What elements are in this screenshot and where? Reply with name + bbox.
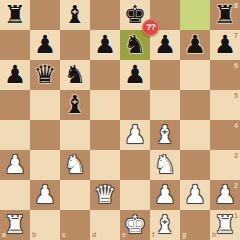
square-a3[interactable]: ♟ (0, 150, 30, 180)
square-e3[interactable] (120, 150, 150, 180)
square-h1[interactable]: 1h♜ (210, 210, 240, 240)
square-f3[interactable]: ♞ (150, 150, 180, 180)
square-f1[interactable]: f♝ (150, 210, 180, 240)
square-d6[interactable] (90, 60, 120, 90)
square-b6[interactable]: ♛ (30, 60, 60, 90)
square-d1[interactable]: d (90, 210, 120, 240)
square-b4[interactable] (30, 120, 60, 150)
square-b3[interactable] (30, 150, 60, 180)
square-a5[interactable] (0, 90, 30, 120)
square-c1[interactable]: c (60, 210, 90, 240)
square-h3[interactable]: 3 (210, 150, 240, 180)
file-label-b: b (32, 231, 36, 238)
square-g1[interactable]: g (180, 210, 210, 240)
black-pawn[interactable]: ♟ (210, 30, 240, 60)
square-b1[interactable]: b (30, 210, 60, 240)
white-pawn[interactable]: ♟ (150, 180, 180, 210)
square-e6[interactable]: ♟ (120, 60, 150, 90)
chess-board: ♜♝♚8♜♟♟♞♟♟7♟♟♛♞♟6♝5♟♝4♟♞♞3♟♛♟♟2♟a♜bcde♚f… (0, 0, 240, 240)
white-pawn[interactable]: ♟ (210, 180, 240, 210)
square-c7[interactable] (60, 30, 90, 60)
square-e4[interactable]: ♟ (120, 120, 150, 150)
white-queen[interactable]: ♛ (90, 180, 120, 210)
square-h5[interactable]: 5 (210, 90, 240, 120)
square-g8[interactable] (180, 0, 210, 30)
square-e2[interactable] (120, 180, 150, 210)
rank-label-3: 3 (234, 152, 238, 159)
square-a6[interactable]: ♟ (0, 60, 30, 90)
square-a1[interactable]: a♜ (0, 210, 30, 240)
square-f2[interactable]: ♟ (150, 180, 180, 210)
rank-label-4: 4 (234, 122, 238, 129)
square-c3[interactable]: ♞ (60, 150, 90, 180)
black-pawn[interactable]: ♟ (180, 30, 210, 60)
square-h8[interactable]: 8♜ (210, 0, 240, 30)
square-b5[interactable] (30, 90, 60, 120)
square-d5[interactable] (90, 90, 120, 120)
square-g5[interactable] (180, 90, 210, 120)
white-bishop[interactable]: ♝ (150, 120, 180, 150)
white-knight[interactable]: ♞ (60, 150, 90, 180)
square-a7[interactable] (0, 30, 30, 60)
square-h2[interactable]: 2♟ (210, 180, 240, 210)
square-d2[interactable]: ♛ (90, 180, 120, 210)
black-pawn[interactable]: ♟ (0, 60, 30, 90)
square-c8[interactable]: ♝ (60, 0, 90, 30)
square-e1[interactable]: e♚ (120, 210, 150, 240)
square-h7[interactable]: 7♟ (210, 30, 240, 60)
square-b2[interactable]: ♟ (30, 180, 60, 210)
white-king[interactable]: ♚ (120, 210, 150, 240)
square-b7[interactable]: ♟ (30, 30, 60, 60)
white-pawn[interactable]: ♟ (30, 180, 60, 210)
square-d3[interactable] (90, 150, 120, 180)
black-rook[interactable]: ♜ (210, 0, 240, 30)
white-bishop[interactable]: ♝ (150, 210, 180, 240)
file-label-g: g (182, 231, 186, 238)
square-d8[interactable] (90, 0, 120, 30)
square-c5[interactable]: ♝ (60, 90, 90, 120)
black-pawn[interactable]: ♟ (120, 60, 150, 90)
white-pawn[interactable]: ♟ (0, 150, 30, 180)
square-f4[interactable]: ♝ (150, 120, 180, 150)
rank-label-5: 5 (234, 92, 238, 99)
square-a4[interactable] (0, 120, 30, 150)
white-rook[interactable]: ♜ (210, 210, 240, 240)
board-grid: ♜♝♚8♜♟♟♞♟♟7♟♟♛♞♟6♝5♟♝4♟♞♞3♟♛♟♟2♟a♜bcde♚f… (0, 0, 240, 240)
square-a8[interactable]: ♜ (0, 0, 30, 30)
square-f5[interactable] (150, 90, 180, 120)
square-c6[interactable]: ♞ (60, 60, 90, 90)
square-g2[interactable]: ♟ (180, 180, 210, 210)
square-h6[interactable]: 6 (210, 60, 240, 90)
square-g4[interactable] (180, 120, 210, 150)
square-d4[interactable] (90, 120, 120, 150)
file-label-c: c (62, 231, 66, 238)
white-pawn[interactable]: ♟ (120, 120, 150, 150)
black-rook[interactable]: ♜ (0, 0, 30, 30)
square-c2[interactable] (60, 180, 90, 210)
square-e5[interactable] (120, 90, 150, 120)
square-b8[interactable] (30, 0, 60, 30)
black-pawn[interactable]: ♟ (30, 30, 60, 60)
black-knight[interactable]: ♞ (60, 60, 90, 90)
square-g3[interactable] (180, 150, 210, 180)
blunder-badge: ?? (142, 19, 159, 36)
square-c4[interactable] (60, 120, 90, 150)
square-h4[interactable]: 4 (210, 120, 240, 150)
white-knight[interactable]: ♞ (150, 150, 180, 180)
black-queen[interactable]: ♛ (30, 60, 60, 90)
white-pawn[interactable]: ♟ (180, 180, 210, 210)
square-d7[interactable]: ♟ (90, 30, 120, 60)
black-bishop[interactable]: ♝ (60, 0, 90, 30)
black-bishop[interactable]: ♝ (60, 90, 90, 120)
black-pawn[interactable]: ♟ (90, 30, 120, 60)
white-rook[interactable]: ♜ (0, 210, 30, 240)
square-g6[interactable] (180, 60, 210, 90)
square-f6[interactable] (150, 60, 180, 90)
file-label-d: d (92, 231, 96, 238)
rank-label-6: 6 (234, 62, 238, 69)
square-g7[interactable]: ♟ (180, 30, 210, 60)
square-a2[interactable] (0, 180, 30, 210)
